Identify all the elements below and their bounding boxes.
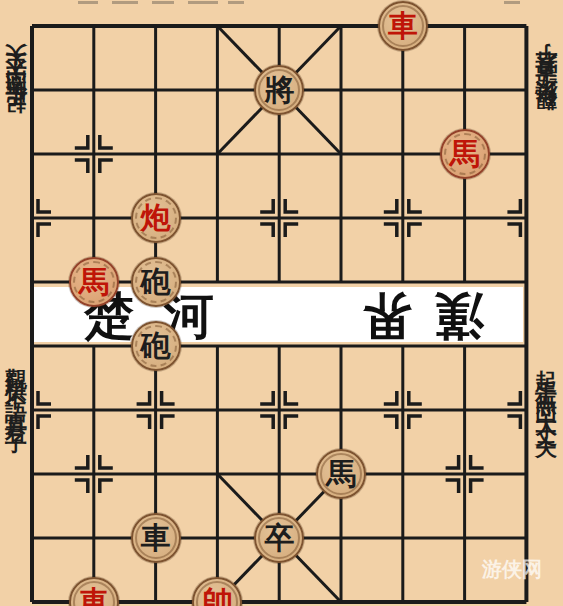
- black-general[interactable]: 將: [254, 65, 304, 115]
- xiangqi-board: 起手無回大丈夫 觀棋不語真君子 觀棋不語真君子 起手無回大丈夫 楚河 漢界 車將…: [0, 0, 563, 606]
- piece-glyph: 炮: [141, 203, 171, 233]
- black-soldier[interactable]: 卒: [254, 513, 304, 563]
- red-chariot[interactable]: 車: [378, 1, 428, 51]
- piece-glyph: 車: [141, 523, 171, 553]
- red-cannon[interactable]: 炮: [131, 193, 181, 243]
- piece-glyph: 卒: [264, 523, 294, 553]
- red-general[interactable]: 帥: [192, 577, 242, 606]
- piece-glyph: 車: [388, 11, 418, 41]
- piece-glyph: 馬: [79, 267, 109, 297]
- top-edge-artifact: [504, 1, 520, 4]
- red-horse[interactable]: 馬: [69, 257, 119, 307]
- top-edge-artifact: [112, 1, 138, 4]
- piece-glyph: 將: [264, 75, 294, 105]
- pieces-layer: 車將馬炮馬砲砲馬車卒車帥: [1, 0, 557, 606]
- red-horse[interactable]: 馬: [440, 129, 490, 179]
- piece-glyph: 馬: [450, 139, 480, 169]
- piece-glyph: 馬: [326, 459, 356, 489]
- top-edge-artifact: [152, 1, 174, 4]
- piece-glyph: 車: [79, 587, 109, 606]
- top-edge-artifact: [188, 1, 218, 4]
- top-edge-artifact: [228, 1, 244, 4]
- black-horse[interactable]: 馬: [316, 449, 366, 499]
- black-cannon[interactable]: 砲: [131, 321, 181, 371]
- red-chariot[interactable]: 車: [69, 577, 119, 606]
- piece-glyph: 砲: [141, 331, 171, 361]
- black-cannon[interactable]: 砲: [131, 257, 181, 307]
- piece-glyph: 砲: [141, 267, 171, 297]
- piece-glyph: 帥: [202, 587, 232, 606]
- watermark: 游侠网: [482, 556, 542, 583]
- black-chariot[interactable]: 車: [131, 513, 181, 563]
- top-edge-artifact: [78, 1, 98, 4]
